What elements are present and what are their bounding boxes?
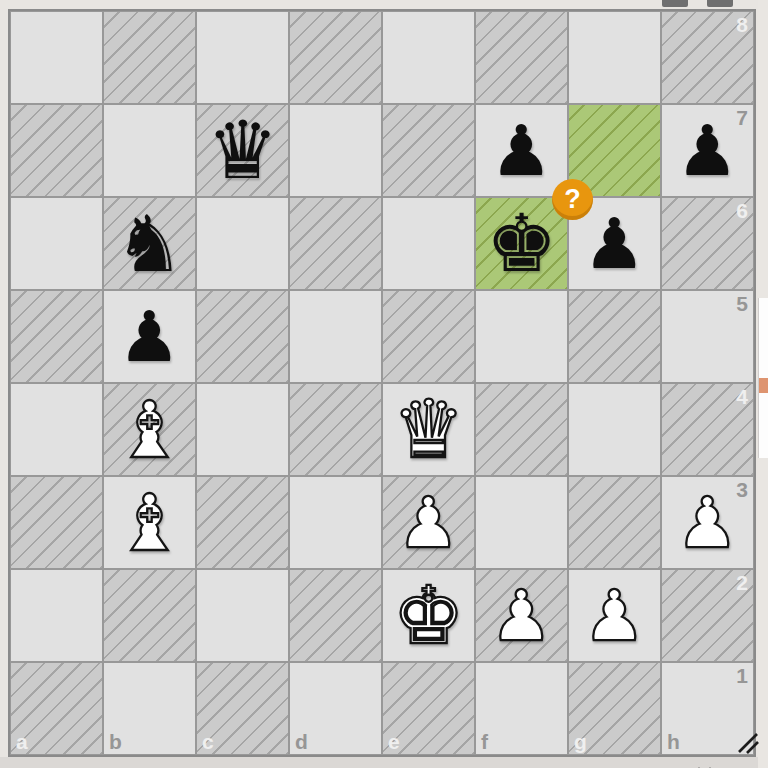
square-h7[interactable]: ♟7 [661,104,754,197]
square-d3[interactable] [289,476,382,569]
square-g8[interactable] [568,11,661,104]
white-bishop[interactable]: ♝ [115,484,185,562]
square-d5[interactable] [289,290,382,383]
black-pawn[interactable]: ♟ [676,116,739,186]
square-a4[interactable] [10,383,103,476]
coord-file-h: h [667,731,680,752]
black-knight[interactable]: ♞ [115,205,185,283]
square-c5[interactable] [196,290,289,383]
square-f2[interactable]: ♟ [475,569,568,662]
chess-board: 8♛♟♟7♞♚♟6♟5♝♛4♝♟♟3♚♟♟2abcdefg1h? [8,9,756,757]
square-c4[interactable] [196,383,289,476]
toolbar-button-left[interactable] [662,0,688,7]
white-pawn[interactable]: ♟ [676,488,739,558]
square-e4[interactable]: ♛ [382,383,475,476]
square-a6[interactable] [10,197,103,290]
white-pawn[interactable]: ♟ [397,488,460,558]
square-b2[interactable] [103,569,196,662]
square-b8[interactable] [103,11,196,104]
square-f5[interactable] [475,290,568,383]
square-b3[interactable]: ♝ [103,476,196,569]
square-d8[interactable] [289,11,382,104]
square-e2[interactable]: ♚ [382,569,475,662]
square-f3[interactable] [475,476,568,569]
square-b6[interactable]: ♞ [103,197,196,290]
coord-file-b: b [109,731,122,752]
coord-file-f: f [481,731,488,752]
square-c1[interactable]: c [196,662,289,755]
square-d1[interactable]: d [289,662,382,755]
square-c6[interactable] [196,197,289,290]
square-a3[interactable] [10,476,103,569]
coord-rank-2: 2 [736,572,748,593]
square-h8[interactable]: 8 [661,11,754,104]
square-b1[interactable]: b [103,662,196,755]
square-a2[interactable] [10,569,103,662]
square-h6[interactable]: 6 [661,197,754,290]
white-bishop[interactable]: ♝ [115,391,185,469]
square-g2[interactable]: ♟ [568,569,661,662]
white-king[interactable]: ♚ [393,576,465,656]
square-a1[interactable]: a [10,662,103,755]
coord-file-c: c [202,731,214,752]
square-f4[interactable] [475,383,568,476]
square-g3[interactable] [568,476,661,569]
black-queen[interactable]: ♛ [207,111,279,191]
coord-rank-5: 5 [736,293,748,314]
square-c2[interactable] [196,569,289,662]
square-f8[interactable] [475,11,568,104]
toolbar-button-right[interactable] [707,0,733,7]
mistake-annotation-badge: ? [552,179,593,220]
coord-file-d: d [295,731,308,752]
coord-file-e: e [388,731,400,752]
square-c8[interactable] [196,11,289,104]
square-b7[interactable] [103,104,196,197]
square-g1[interactable]: g [568,662,661,755]
square-b4[interactable]: ♝ [103,383,196,476]
coord-file-g: g [574,731,587,752]
square-f1[interactable]: f [475,662,568,755]
square-e3[interactable]: ♟ [382,476,475,569]
square-e1[interactable]: e [382,662,475,755]
square-d4[interactable] [289,383,382,476]
square-d6[interactable] [289,197,382,290]
coord-rank-6: 6 [736,200,748,221]
scrollbar-position-marker [759,378,768,393]
square-e7[interactable] [382,104,475,197]
square-g5[interactable] [568,290,661,383]
square-e6[interactable] [382,197,475,290]
chess-analysis-page: 8♛♟♟7♞♚♟6♟5♝♛4♝♟♟3♚♟♟2abcdefg1h? [0,0,768,768]
coord-rank-4: 4 [736,386,748,407]
square-h5[interactable]: 5 [661,290,754,383]
square-a5[interactable] [10,290,103,383]
bottom-gutter [0,757,768,768]
white-pawn[interactable]: ♟ [490,581,553,651]
square-a8[interactable] [10,11,103,104]
square-f7[interactable]: ♟ [475,104,568,197]
square-c3[interactable] [196,476,289,569]
white-queen[interactable]: ♛ [393,390,465,470]
coord-file-a: a [16,731,28,752]
square-h3[interactable]: ♟3 [661,476,754,569]
coord-rank-1: 1 [736,665,748,686]
square-h4[interactable]: 4 [661,383,754,476]
square-e5[interactable] [382,290,475,383]
square-a7[interactable] [10,104,103,197]
square-h2[interactable]: 2 [661,569,754,662]
black-pawn[interactable]: ♟ [583,209,646,279]
black-pawn[interactable]: ♟ [118,302,181,372]
square-g4[interactable] [568,383,661,476]
board-resize-handle[interactable] [736,731,760,755]
white-pawn[interactable]: ♟ [583,581,646,651]
square-d2[interactable] [289,569,382,662]
square-b5[interactable]: ♟ [103,290,196,383]
coord-rank-8: 8 [736,14,748,35]
square-e8[interactable] [382,11,475,104]
square-c7[interactable]: ♛ [196,104,289,197]
square-d7[interactable] [289,104,382,197]
black-king[interactable]: ♚ [486,204,558,284]
black-pawn[interactable]: ♟ [490,116,553,186]
cutoff-bottom-element [694,761,718,768]
square-f6[interactable]: ♚ [475,197,568,290]
